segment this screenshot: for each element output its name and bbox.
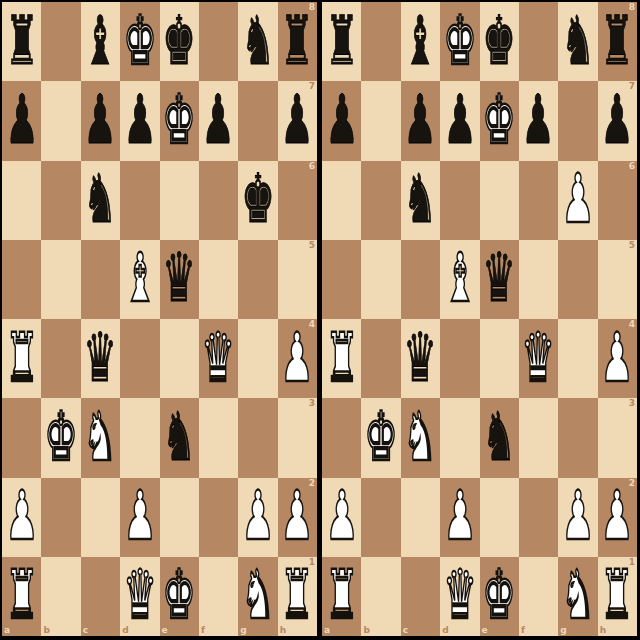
- square-d6[interactable]: [120, 161, 159, 240]
- square-b2[interactable]: [41, 478, 80, 557]
- piece-white-pawn: ♟: [123, 483, 157, 551]
- square-g4[interactable]: [238, 319, 277, 398]
- rank-label-4: 4: [309, 320, 315, 329]
- file-label-a: a: [324, 626, 330, 635]
- square-b2[interactable]: [361, 478, 400, 557]
- square-d2[interactable]: ♟: [440, 478, 479, 557]
- rank-label-5: 5: [629, 241, 635, 250]
- square-g3[interactable]: [558, 398, 597, 477]
- file-label-f: f: [201, 626, 205, 635]
- piece-white-pawn: ♟: [601, 324, 635, 392]
- right-board: ♜♝♚♚♞♜8♟♟♟♚♟♟7♞♟6♝♛5♜♛♛♟4♚♞♞3♟♟♟♟2♜abc♛d…: [322, 2, 637, 636]
- piece-white-king: ♚: [44, 403, 78, 471]
- square-a8[interactable]: ♜: [322, 2, 361, 81]
- square-h2[interactable]: ♟2: [598, 478, 637, 557]
- piece-white-king: ♚: [162, 86, 196, 154]
- square-h6[interactable]: 6: [278, 161, 317, 240]
- square-h7[interactable]: ♟7: [278, 81, 317, 160]
- square-g2[interactable]: ♟: [238, 478, 277, 557]
- piece-black-pawn: ♟: [84, 86, 118, 154]
- square-c6[interactable]: ♞: [81, 161, 120, 240]
- square-d3[interactable]: [120, 398, 159, 477]
- square-c8[interactable]: ♝: [81, 2, 120, 81]
- piece-white-knight: ♞: [241, 562, 275, 630]
- square-d4[interactable]: [120, 319, 159, 398]
- square-b1[interactable]: b: [361, 557, 400, 636]
- piece-black-pawn: ♟: [5, 86, 39, 154]
- square-c3[interactable]: ♞: [81, 398, 120, 477]
- file-label-b: b: [363, 626, 369, 635]
- square-b6[interactable]: [361, 161, 400, 240]
- square-h1[interactable]: ♜1h: [278, 557, 317, 636]
- file-label-g: g: [560, 626, 566, 635]
- square-a8[interactable]: ♜: [2, 2, 41, 81]
- rank-label-2: 2: [309, 479, 315, 488]
- piece-black-queen: ♛: [162, 245, 196, 313]
- rank-label-6: 6: [629, 162, 635, 171]
- file-label-c: c: [83, 626, 88, 635]
- file-label-g: g: [240, 626, 246, 635]
- square-a1[interactable]: ♜a: [2, 557, 41, 636]
- square-g1[interactable]: ♞g: [558, 557, 597, 636]
- piece-black-knight: ♞: [561, 7, 595, 75]
- square-e4[interactable]: [160, 319, 199, 398]
- piece-white-bishop: ♝: [123, 245, 157, 313]
- piece-black-rook: ♜: [325, 7, 359, 75]
- piece-white-pawn: ♟: [561, 166, 595, 234]
- piece-white-pawn: ♟: [5, 483, 39, 551]
- piece-black-king: ♚: [241, 166, 275, 234]
- square-b1[interactable]: b: [41, 557, 80, 636]
- square-g7[interactable]: [558, 81, 597, 160]
- square-d1[interactable]: ♛d: [440, 557, 479, 636]
- piece-white-rook: ♜: [5, 562, 39, 630]
- piece-black-queen: ♛: [84, 324, 118, 392]
- square-a4[interactable]: ♜: [2, 319, 41, 398]
- square-f3[interactable]: [519, 398, 558, 477]
- square-a2[interactable]: ♟: [2, 478, 41, 557]
- square-b6[interactable]: [41, 161, 80, 240]
- piece-white-pawn: ♟: [325, 483, 359, 551]
- square-e5[interactable]: ♛: [480, 240, 519, 319]
- square-h7[interactable]: ♟7: [598, 81, 637, 160]
- piece-black-knight: ♞: [162, 403, 196, 471]
- square-b7[interactable]: [41, 81, 80, 160]
- left-board: ♜♝♚♚♞♜8♟♟♟♚♟♟7♞♚6♝♛5♜♛♛♟4♚♞♞3♟♟♟♟2♜abc♛d…: [2, 2, 317, 636]
- piece-black-queen: ♛: [482, 245, 516, 313]
- piece-white-rook: ♜: [281, 562, 315, 630]
- square-f3[interactable]: [199, 398, 238, 477]
- piece-black-rook: ♜: [281, 7, 315, 75]
- square-a2[interactable]: ♟: [322, 478, 361, 557]
- square-a3[interactable]: [2, 398, 41, 477]
- square-h5[interactable]: 5: [278, 240, 317, 319]
- square-f2[interactable]: [519, 478, 558, 557]
- rank-label-2: 2: [629, 479, 635, 488]
- square-b5[interactable]: [41, 240, 80, 319]
- square-g6[interactable]: ♟: [558, 161, 597, 240]
- square-b4[interactable]: [41, 319, 80, 398]
- piece-black-pawn: ♟: [522, 86, 556, 154]
- square-g5[interactable]: [558, 240, 597, 319]
- square-f1[interactable]: f: [519, 557, 558, 636]
- file-label-f: f: [521, 626, 525, 635]
- piece-black-rook: ♜: [601, 7, 635, 75]
- rank-label-6: 6: [309, 162, 315, 171]
- square-h1[interactable]: ♜1h: [598, 557, 637, 636]
- square-d8[interactable]: ♚: [440, 2, 479, 81]
- square-g1[interactable]: ♞g: [238, 557, 277, 636]
- square-e3[interactable]: ♞: [480, 398, 519, 477]
- piece-white-rook: ♜: [325, 324, 359, 392]
- piece-white-knight: ♞: [561, 562, 595, 630]
- square-c3[interactable]: ♞: [401, 398, 440, 477]
- file-label-d: d: [122, 626, 128, 635]
- square-d7[interactable]: ♟: [440, 81, 479, 160]
- square-h6[interactable]: 6: [598, 161, 637, 240]
- square-f4[interactable]: ♛: [199, 319, 238, 398]
- file-label-d: d: [442, 626, 448, 635]
- piece-black-bishop: ♝: [404, 7, 438, 75]
- square-f1[interactable]: f: [199, 557, 238, 636]
- square-e8[interactable]: ♚: [160, 2, 199, 81]
- square-f5[interactable]: [519, 240, 558, 319]
- square-c2[interactable]: [401, 478, 440, 557]
- piece-white-pawn: ♟: [281, 483, 315, 551]
- piece-white-king: ♚: [443, 7, 477, 75]
- piece-black-knight: ♞: [241, 7, 275, 75]
- rank-label-8: 8: [309, 3, 315, 12]
- file-label-c: c: [403, 626, 408, 635]
- piece-black-pawn: ♟: [601, 86, 635, 154]
- square-f2[interactable]: [199, 478, 238, 557]
- square-d6[interactable]: [440, 161, 479, 240]
- square-b8[interactable]: [361, 2, 400, 81]
- square-d1[interactable]: ♛d: [120, 557, 159, 636]
- piece-white-queen: ♛: [123, 562, 157, 630]
- file-label-a: a: [4, 626, 10, 635]
- square-g2[interactable]: ♟: [558, 478, 597, 557]
- piece-black-knight: ♞: [84, 166, 118, 234]
- board-diagrams-container: ♜♝♚♚♞♜8♟♟♟♚♟♟7♞♚6♝♛5♜♛♛♟4♚♞♞3♟♟♟♟2♜abc♛d…: [0, 0, 640, 640]
- piece-black-rook: ♜: [5, 7, 39, 75]
- square-g6[interactable]: ♚: [238, 161, 277, 240]
- piece-black-pawn: ♟: [443, 86, 477, 154]
- square-h5[interactable]: 5: [598, 240, 637, 319]
- square-b7[interactable]: [361, 81, 400, 160]
- square-c5[interactable]: [81, 240, 120, 319]
- square-c8[interactable]: ♝: [401, 2, 440, 81]
- square-c4[interactable]: ♛: [401, 319, 440, 398]
- rank-label-1: 1: [309, 558, 315, 567]
- piece-white-queen: ♛: [202, 324, 236, 392]
- piece-black-bishop: ♝: [84, 7, 118, 75]
- piece-white-queen: ♛: [522, 324, 556, 392]
- square-c6[interactable]: ♞: [401, 161, 440, 240]
- square-h4[interactable]: ♟4: [598, 319, 637, 398]
- file-label-b: b: [43, 626, 49, 635]
- piece-white-king: ♚: [482, 562, 516, 630]
- rank-label-3: 3: [309, 399, 315, 408]
- piece-black-knight: ♞: [482, 403, 516, 471]
- square-b5[interactable]: [361, 240, 400, 319]
- square-e3[interactable]: ♞: [160, 398, 199, 477]
- square-h2[interactable]: ♟2: [278, 478, 317, 557]
- square-a3[interactable]: [322, 398, 361, 477]
- square-a5[interactable]: [2, 240, 41, 319]
- piece-black-pawn: ♟: [202, 86, 236, 154]
- square-h4[interactable]: ♟4: [278, 319, 317, 398]
- piece-white-pawn: ♟: [561, 483, 595, 551]
- square-e4[interactable]: [480, 319, 519, 398]
- square-e6[interactable]: [160, 161, 199, 240]
- square-g8[interactable]: ♞: [558, 2, 597, 81]
- square-d3[interactable]: [440, 398, 479, 477]
- square-f4[interactable]: ♛: [519, 319, 558, 398]
- square-f8[interactable]: [519, 2, 558, 81]
- square-a7[interactable]: ♟: [322, 81, 361, 160]
- square-g7[interactable]: [238, 81, 277, 160]
- square-g3[interactable]: [238, 398, 277, 477]
- piece-white-king: ♚: [364, 403, 398, 471]
- square-b4[interactable]: [361, 319, 400, 398]
- square-b3[interactable]: ♚: [361, 398, 400, 477]
- square-d4[interactable]: [440, 319, 479, 398]
- square-h8[interactable]: ♜8: [278, 2, 317, 81]
- square-c5[interactable]: [401, 240, 440, 319]
- piece-black-queen: ♛: [404, 324, 438, 392]
- piece-black-pawn: ♟: [404, 86, 438, 154]
- piece-white-pawn: ♟: [281, 324, 315, 392]
- square-a1[interactable]: ♜a: [322, 557, 361, 636]
- square-d5[interactable]: ♝: [120, 240, 159, 319]
- piece-black-knight: ♞: [404, 166, 438, 234]
- square-c7[interactable]: ♟: [401, 81, 440, 160]
- piece-white-king: ♚: [123, 7, 157, 75]
- square-e2[interactable]: [160, 478, 199, 557]
- square-c1[interactable]: c: [401, 557, 440, 636]
- piece-black-pawn: ♟: [123, 86, 157, 154]
- piece-white-knight: ♞: [84, 403, 118, 471]
- piece-black-king: ♚: [162, 7, 196, 75]
- square-f6[interactable]: [199, 161, 238, 240]
- square-f8[interactable]: [199, 2, 238, 81]
- square-a4[interactable]: ♜: [322, 319, 361, 398]
- piece-white-king: ♚: [162, 562, 196, 630]
- square-g4[interactable]: [558, 319, 597, 398]
- square-e1[interactable]: ♚e: [160, 557, 199, 636]
- rank-label-5: 5: [309, 241, 315, 250]
- piece-white-pawn: ♟: [601, 483, 635, 551]
- square-e2[interactable]: [480, 478, 519, 557]
- square-c2[interactable]: [81, 478, 120, 557]
- piece-white-rook: ♜: [5, 324, 39, 392]
- square-c1[interactable]: c: [81, 557, 120, 636]
- square-b8[interactable]: [41, 2, 80, 81]
- rank-label-7: 7: [629, 82, 635, 91]
- square-e7[interactable]: ♚: [160, 81, 199, 160]
- piece-black-king: ♚: [482, 7, 516, 75]
- piece-white-knight: ♞: [404, 403, 438, 471]
- rank-label-7: 7: [309, 82, 315, 91]
- square-g8[interactable]: ♞: [238, 2, 277, 81]
- square-d7[interactable]: ♟: [120, 81, 159, 160]
- piece-white-rook: ♜: [325, 562, 359, 630]
- square-f7[interactable]: ♟: [519, 81, 558, 160]
- piece-white-bishop: ♝: [443, 245, 477, 313]
- square-e5[interactable]: ♛: [160, 240, 199, 319]
- piece-white-king: ♚: [482, 86, 516, 154]
- square-g5[interactable]: [238, 240, 277, 319]
- rank-label-1: 1: [629, 558, 635, 567]
- square-e1[interactable]: ♚e: [480, 557, 519, 636]
- square-b3[interactable]: ♚: [41, 398, 80, 477]
- square-c7[interactable]: ♟: [81, 81, 120, 160]
- square-h3[interactable]: 3: [278, 398, 317, 477]
- piece-white-pawn: ♟: [443, 483, 477, 551]
- square-d8[interactable]: ♚: [120, 2, 159, 81]
- piece-white-pawn: ♟: [241, 483, 275, 551]
- rank-label-8: 8: [629, 3, 635, 12]
- file-label-h: h: [600, 626, 606, 635]
- file-label-e: e: [482, 626, 488, 635]
- square-c4[interactable]: ♛: [81, 319, 120, 398]
- square-a7[interactable]: ♟: [2, 81, 41, 160]
- square-h8[interactable]: ♜8: [598, 2, 637, 81]
- piece-white-queen: ♛: [443, 562, 477, 630]
- piece-white-rook: ♜: [601, 562, 635, 630]
- square-a5[interactable]: [322, 240, 361, 319]
- square-f7[interactable]: ♟: [199, 81, 238, 160]
- square-h3[interactable]: 3: [598, 398, 637, 477]
- piece-black-pawn: ♟: [325, 86, 359, 154]
- square-a6[interactable]: [2, 161, 41, 240]
- square-f5[interactable]: [199, 240, 238, 319]
- square-e6[interactable]: [480, 161, 519, 240]
- piece-black-pawn: ♟: [281, 86, 315, 154]
- rank-label-4: 4: [629, 320, 635, 329]
- square-e8[interactable]: ♚: [480, 2, 519, 81]
- file-label-e: e: [162, 626, 168, 635]
- rank-label-3: 3: [629, 399, 635, 408]
- square-d2[interactable]: ♟: [120, 478, 159, 557]
- square-e7[interactable]: ♚: [480, 81, 519, 160]
- square-f6[interactable]: [519, 161, 558, 240]
- square-d5[interactable]: ♝: [440, 240, 479, 319]
- file-label-h: h: [280, 626, 286, 635]
- square-a6[interactable]: [322, 161, 361, 240]
